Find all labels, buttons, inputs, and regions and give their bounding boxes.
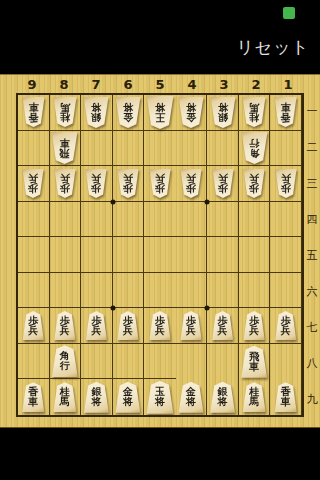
board-cell[interactable] <box>18 344 50 380</box>
piece-silver-gote[interactable]: 銀将 <box>83 97 109 128</box>
board-cell[interactable]: 金将 <box>113 379 145 415</box>
piece-gold-gote[interactable]: 金将 <box>115 97 141 128</box>
piece-kanji: 将 <box>186 397 196 407</box>
piece-pawn-sente[interactable]: 歩兵 <box>54 311 76 340</box>
piece-wrapper: 香車 <box>274 382 297 412</box>
piece-pawn-gote[interactable]: 歩兵 <box>243 169 265 198</box>
board-cell[interactable] <box>176 344 208 380</box>
piece-pawn-sente[interactable]: 歩兵 <box>85 311 107 340</box>
piece-rook-sente[interactable]: 飛車 <box>241 346 268 378</box>
piece-wrapper: 飛車 <box>241 346 268 378</box>
rank-label: 八 <box>304 345 320 381</box>
board-cell[interactable]: 歩兵 <box>18 308 50 344</box>
piece-knight-gote[interactable]: 桂馬 <box>242 97 266 127</box>
piece-kanji: 王 <box>155 112 165 122</box>
piece-kanji: 角 <box>249 148 259 158</box>
piece-kanji: 兵 <box>281 173 291 183</box>
piece-kanji: 車 <box>281 397 291 407</box>
rank-label: 四 <box>304 201 320 237</box>
piece-wrapper: 歩兵 <box>212 311 234 340</box>
board-cell[interactable]: 香車 <box>18 379 50 415</box>
board-cell[interactable]: 金将 <box>176 95 208 131</box>
piece-wrapper: 歩兵 <box>180 311 202 340</box>
piece-king-gote[interactable]: 王将 <box>146 96 174 129</box>
status-indicator <box>283 7 295 19</box>
rank-label: 六 <box>304 273 320 309</box>
piece-wrapper: 歩兵 <box>85 169 107 198</box>
rank-label: 九 <box>304 381 320 417</box>
rank-label: 二 <box>304 129 320 165</box>
board-cell[interactable]: 王将 <box>144 95 176 131</box>
piece-lance-gote[interactable]: 香車 <box>22 97 45 127</box>
board-cell[interactable]: 歩兵 <box>176 166 208 202</box>
piece-wrapper: 歩兵 <box>54 169 76 198</box>
piece-pawn-gote[interactable]: 歩兵 <box>149 169 171 198</box>
rank-label: 七 <box>304 309 320 345</box>
piece-kanji: 兵 <box>281 326 291 336</box>
board-cell[interactable] <box>144 344 176 380</box>
piece-kanji: 兵 <box>155 326 165 336</box>
board-cell[interactable] <box>81 273 113 309</box>
board-cell[interactable] <box>239 237 271 273</box>
file-label: 2 <box>240 75 272 93</box>
board-cell[interactable]: 銀将 <box>81 95 113 131</box>
piece-knight-sente[interactable]: 桂馬 <box>53 382 77 412</box>
piece-wrapper: 歩兵 <box>243 169 265 198</box>
board-cell[interactable]: 歩兵 <box>207 166 239 202</box>
board-cell[interactable] <box>144 131 176 167</box>
board-cell[interactable]: 歩兵 <box>239 166 271 202</box>
board-cell[interactable]: 銀将 <box>207 95 239 131</box>
piece-pawn-sente[interactable]: 歩兵 <box>180 311 202 340</box>
piece-kanji: 馬 <box>60 102 70 112</box>
board-cell[interactable]: 香車 <box>270 379 302 415</box>
board-cell[interactable]: 銀将 <box>207 379 239 415</box>
board-cell[interactable]: 歩兵 <box>176 308 208 344</box>
piece-wrapper: 王将 <box>146 96 174 129</box>
shogi-board: 987654321 香車桂馬銀将金将王将金将銀将桂馬香車飛車角行歩兵歩兵歩兵歩兵… <box>0 75 320 427</box>
piece-rook-gote[interactable]: 飛車 <box>51 132 78 164</box>
piece-kanji: 歩 <box>60 183 70 193</box>
board-cell[interactable] <box>18 237 50 273</box>
board-cell[interactable] <box>176 237 208 273</box>
piece-wrapper: 歩兵 <box>22 311 44 340</box>
board-cell[interactable] <box>50 273 82 309</box>
piece-kanji: 将 <box>218 397 228 407</box>
rank-label: 一 <box>304 93 320 129</box>
piece-pawn-sente[interactable]: 歩兵 <box>117 311 139 340</box>
board-cell[interactable] <box>270 237 302 273</box>
board-cell[interactable] <box>144 237 176 273</box>
piece-wrapper: 歩兵 <box>243 311 265 340</box>
piece-wrapper: 桂馬 <box>53 382 77 412</box>
piece-kanji: 車 <box>28 102 38 112</box>
piece-kanji: 銀 <box>218 112 228 122</box>
piece-wrapper: 飛車 <box>51 132 78 164</box>
board-cell[interactable] <box>18 202 50 238</box>
board-cell[interactable]: 桂馬 <box>50 95 82 131</box>
board-cell[interactable]: 桂馬 <box>239 379 271 415</box>
piece-pawn-sente[interactable]: 歩兵 <box>212 311 234 340</box>
board-cell[interactable] <box>113 202 145 238</box>
piece-bishop-gote[interactable]: 角行 <box>241 132 268 164</box>
piece-kanji: 将 <box>91 397 101 407</box>
piece-kanji: 兵 <box>91 326 101 336</box>
piece-kanji: 歩 <box>91 183 101 193</box>
piece-kanji: 歩 <box>218 183 228 193</box>
board-cell[interactable] <box>144 202 176 238</box>
piece-kanji: 銀 <box>91 112 101 122</box>
piece-kanji: 将 <box>91 102 101 112</box>
board-cell[interactable] <box>270 131 302 167</box>
piece-kanji: 車 <box>60 138 70 148</box>
piece-pawn-gote[interactable]: 歩兵 <box>54 169 76 198</box>
piece-kanji: 車 <box>28 397 38 407</box>
piece-kanji: 歩 <box>186 183 196 193</box>
board-cell[interactable] <box>239 202 271 238</box>
piece-king-sente[interactable]: 玉将 <box>146 381 174 414</box>
piece-wrapper: 歩兵 <box>180 169 202 198</box>
board-cell[interactable] <box>239 273 271 309</box>
board-cell[interactable] <box>18 131 50 167</box>
rank-label: 五 <box>304 237 320 273</box>
piece-wrapper: 銀将 <box>210 97 236 128</box>
piece-pawn-sente[interactable]: 歩兵 <box>243 311 265 340</box>
piece-wrapper: 歩兵 <box>212 169 234 198</box>
piece-kanji: 兵 <box>60 173 70 183</box>
piece-silver-sente[interactable]: 銀将 <box>210 382 236 413</box>
board-grid: 香車桂馬銀将金将王将金将銀将桂馬香車飛車角行歩兵歩兵歩兵歩兵歩兵歩兵歩兵歩兵歩兵… <box>16 93 304 417</box>
board-cell[interactable]: 歩兵 <box>113 308 145 344</box>
piece-bishop-sente[interactable]: 角行 <box>51 345 78 377</box>
piece-wrapper: 銀将 <box>83 97 109 128</box>
piece-kanji: 桂 <box>249 112 259 122</box>
piece-wrapper: 玉将 <box>146 381 174 414</box>
board-cell[interactable]: 歩兵 <box>50 308 82 344</box>
piece-silver-gote[interactable]: 銀将 <box>210 97 236 128</box>
piece-lance-sente[interactable]: 香車 <box>274 382 297 412</box>
piece-kanji: 兵 <box>155 173 165 183</box>
board-cell[interactable]: 桂馬 <box>239 95 271 131</box>
piece-wrapper: 銀将 <box>83 382 109 413</box>
reset-button[interactable]: リセット <box>236 36 310 59</box>
board-cell[interactable]: 銀将 <box>81 379 113 415</box>
piece-kanji: 兵 <box>249 173 259 183</box>
board-cell[interactable] <box>50 237 82 273</box>
piece-wrapper: 角行 <box>241 132 268 164</box>
board-cell[interactable]: 歩兵 <box>50 166 82 202</box>
piece-kanji: 将 <box>218 102 228 112</box>
board-cell[interactable] <box>113 344 145 380</box>
board-cell[interactable] <box>113 237 145 273</box>
piece-kanji: 兵 <box>123 326 133 336</box>
file-label: 4 <box>176 75 208 93</box>
board-cell[interactable] <box>176 202 208 238</box>
file-label: 6 <box>112 75 144 93</box>
board-cell[interactable]: 金将 <box>113 95 145 131</box>
piece-gold-sente[interactable]: 金将 <box>178 382 204 413</box>
board-cell[interactable] <box>176 131 208 167</box>
star-point <box>110 199 115 204</box>
piece-kanji: 馬 <box>249 397 259 407</box>
piece-wrapper: 銀将 <box>210 382 236 413</box>
piece-kanji: 兵 <box>123 173 133 183</box>
board-cell[interactable] <box>270 273 302 309</box>
piece-kanji: 兵 <box>28 326 38 336</box>
piece-wrapper: 香車 <box>22 382 45 412</box>
piece-kanji: 兵 <box>60 326 70 336</box>
board-cell[interactable] <box>81 237 113 273</box>
piece-wrapper: 桂馬 <box>242 97 266 127</box>
file-label: 5 <box>144 75 176 93</box>
piece-kanji: 歩 <box>155 183 165 193</box>
piece-kanji: 兵 <box>186 326 196 336</box>
file-labels: 987654321 <box>16 75 304 93</box>
piece-kanji: 将 <box>155 102 165 112</box>
board-cell[interactable] <box>81 131 113 167</box>
piece-kanji: 歩 <box>249 183 259 193</box>
piece-wrapper: 歩兵 <box>22 169 44 198</box>
board-cell[interactable]: 歩兵 <box>144 166 176 202</box>
piece-wrapper: 歩兵 <box>149 169 171 198</box>
board-cell[interactable]: 歩兵 <box>81 166 113 202</box>
piece-knight-gote[interactable]: 桂馬 <box>53 97 77 127</box>
star-point <box>110 306 115 311</box>
piece-gold-gote[interactable]: 金将 <box>178 97 204 128</box>
piece-wrapper: 香車 <box>22 97 45 127</box>
board-cell[interactable]: 香車 <box>270 95 302 131</box>
board-cell[interactable] <box>270 344 302 380</box>
board-cell[interactable] <box>270 202 302 238</box>
board-cell[interactable] <box>81 344 113 380</box>
piece-kanji: 馬 <box>249 102 259 112</box>
piece-kanji: 兵 <box>218 326 228 336</box>
board-cell[interactable]: 歩兵 <box>270 166 302 202</box>
piece-kanji: 兵 <box>218 173 228 183</box>
piece-wrapper: 歩兵 <box>85 311 107 340</box>
piece-gold-sente[interactable]: 金将 <box>115 382 141 413</box>
star-point <box>205 199 210 204</box>
board-cell[interactable]: 飛車 <box>50 131 82 167</box>
piece-kanji: 香 <box>281 112 291 122</box>
board-cell[interactable]: 歩兵 <box>239 308 271 344</box>
file-label: 8 <box>48 75 80 93</box>
board-cell[interactable] <box>207 131 239 167</box>
piece-lance-sente[interactable]: 香車 <box>22 382 45 412</box>
board-cell[interactable]: 歩兵 <box>144 308 176 344</box>
board-cell[interactable] <box>207 237 239 273</box>
piece-pawn-sente[interactable]: 歩兵 <box>149 311 171 340</box>
piece-kanji: 金 <box>186 112 196 122</box>
board-cell[interactable]: 歩兵 <box>207 308 239 344</box>
board-cell[interactable] <box>18 273 50 309</box>
file-label: 7 <box>80 75 112 93</box>
file-label: 9 <box>16 75 48 93</box>
piece-pawn-sente[interactable]: 歩兵 <box>22 311 44 340</box>
board-cell[interactable]: 角行 <box>50 344 82 380</box>
board-cell[interactable] <box>113 273 145 309</box>
board-cell[interactable] <box>144 273 176 309</box>
piece-wrapper: 歩兵 <box>149 311 171 340</box>
piece-wrapper: 香車 <box>274 97 297 127</box>
piece-pawn-gote[interactable]: 歩兵 <box>180 169 202 198</box>
piece-kanji: 行 <box>60 361 70 371</box>
piece-kanji: 金 <box>123 112 133 122</box>
board-cell[interactable]: 香車 <box>18 95 50 131</box>
piece-kanji: 将 <box>155 397 165 407</box>
piece-wrapper: 歩兵 <box>275 169 297 198</box>
piece-wrapper: 金将 <box>178 97 204 128</box>
piece-pawn-gote[interactable]: 歩兵 <box>85 169 107 198</box>
piece-kanji: 行 <box>249 138 259 148</box>
board-cell[interactable]: 玉将 <box>144 379 176 415</box>
piece-wrapper: 桂馬 <box>242 382 266 412</box>
board-cell[interactable]: 歩兵 <box>81 308 113 344</box>
piece-wrapper: 歩兵 <box>117 311 139 340</box>
star-point <box>205 306 210 311</box>
board-cell[interactable] <box>113 131 145 167</box>
piece-pawn-sente[interactable]: 歩兵 <box>275 311 297 340</box>
piece-kanji: 将 <box>123 102 133 112</box>
piece-kanji: 兵 <box>186 173 196 183</box>
piece-wrapper: 歩兵 <box>275 311 297 340</box>
piece-kanji: 兵 <box>28 173 38 183</box>
board-cell[interactable]: 金将 <box>176 379 208 415</box>
piece-wrapper: 金将 <box>178 382 204 413</box>
app-screen: リセット 987654321 香車桂馬銀将金将王将金将銀将桂馬香車飛車角行歩兵歩… <box>0 0 320 480</box>
board-cell[interactable] <box>207 344 239 380</box>
piece-kanji: 桂 <box>60 112 70 122</box>
piece-kanji: 香 <box>28 112 38 122</box>
piece-kanji: 歩 <box>123 183 133 193</box>
piece-wrapper: 角行 <box>51 345 78 377</box>
piece-wrapper: 金将 <box>115 382 141 413</box>
piece-silver-sente[interactable]: 銀将 <box>83 382 109 413</box>
piece-wrapper: 金将 <box>115 97 141 128</box>
piece-kanji: 将 <box>123 397 133 407</box>
board-cell[interactable]: 角行 <box>239 131 271 167</box>
piece-wrapper: 歩兵 <box>54 311 76 340</box>
board-cell[interactable]: 飛車 <box>239 344 271 380</box>
piece-pawn-gote[interactable]: 歩兵 <box>275 169 297 198</box>
piece-wrapper: 桂馬 <box>53 97 77 127</box>
piece-kanji: 飛 <box>60 148 70 158</box>
board-cell[interactable] <box>207 273 239 309</box>
rank-label: 三 <box>304 165 320 201</box>
board-cell[interactable] <box>50 202 82 238</box>
board-cell[interactable]: 歩兵 <box>18 166 50 202</box>
board-cell[interactable]: 歩兵 <box>113 166 145 202</box>
file-label: 1 <box>272 75 304 93</box>
piece-pawn-gote[interactable]: 歩兵 <box>22 169 44 198</box>
piece-knight-sente[interactable]: 桂馬 <box>242 382 266 412</box>
piece-pawn-gote[interactable]: 歩兵 <box>212 169 234 198</box>
piece-kanji: 兵 <box>91 173 101 183</box>
board-cell[interactable]: 歩兵 <box>270 308 302 344</box>
piece-lance-gote[interactable]: 香車 <box>274 97 297 127</box>
board-cell[interactable]: 桂馬 <box>50 379 82 415</box>
file-label: 3 <box>208 75 240 93</box>
piece-kanji: 車 <box>281 102 291 112</box>
board-cell[interactable] <box>207 202 239 238</box>
piece-wrapper: 歩兵 <box>117 169 139 198</box>
piece-kanji: 車 <box>249 362 259 372</box>
board-cell[interactable] <box>81 202 113 238</box>
piece-kanji: 歩 <box>28 183 38 193</box>
piece-kanji: 歩 <box>281 183 291 193</box>
piece-kanji: 馬 <box>60 397 70 407</box>
rank-labels: 一二三四五六七八九 <box>304 93 320 417</box>
piece-kanji: 兵 <box>249 326 259 336</box>
piece-kanji: 将 <box>186 102 196 112</box>
board-cell[interactable] <box>176 273 208 309</box>
piece-pawn-gote[interactable]: 歩兵 <box>117 169 139 198</box>
